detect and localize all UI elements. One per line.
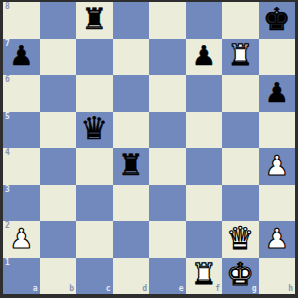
- square-a2[interactable]: 2♟: [3, 221, 40, 258]
- square-h6[interactable]: ♟: [259, 75, 296, 112]
- square-d6[interactable]: [113, 75, 150, 112]
- square-e3[interactable]: [149, 185, 186, 222]
- square-f1[interactable]: f♜: [186, 258, 223, 295]
- square-a5[interactable]: 5: [3, 112, 40, 149]
- square-d1[interactable]: d: [113, 258, 150, 295]
- square-b6[interactable]: [40, 75, 77, 112]
- square-b7[interactable]: [40, 39, 77, 76]
- square-b3[interactable]: [40, 185, 77, 222]
- square-e7[interactable]: [149, 39, 186, 76]
- square-f6[interactable]: [186, 75, 223, 112]
- square-h2[interactable]: ♟: [259, 221, 296, 258]
- square-c5[interactable]: ♛: [76, 112, 113, 149]
- square-b1[interactable]: b: [40, 258, 77, 295]
- square-e6[interactable]: [149, 75, 186, 112]
- square-b2[interactable]: [40, 221, 77, 258]
- square-e2[interactable]: [149, 221, 186, 258]
- square-d2[interactable]: [113, 221, 150, 258]
- square-f8[interactable]: [186, 2, 223, 39]
- square-h5[interactable]: [259, 112, 296, 149]
- square-f7[interactable]: ♟: [186, 39, 223, 76]
- square-c4[interactable]: [76, 148, 113, 185]
- square-a7[interactable]: 7♟: [3, 39, 40, 76]
- square-c8[interactable]: ♜: [76, 2, 113, 39]
- file-label-d: d: [142, 285, 147, 293]
- square-e1[interactable]: e: [149, 258, 186, 295]
- rank-label-4: 4: [5, 149, 10, 157]
- square-g6[interactable]: [222, 75, 259, 112]
- square-g1[interactable]: g♚: [222, 258, 259, 295]
- piece-white-pawn-a2[interactable]: ♟: [9, 225, 33, 252]
- file-label-c: c: [106, 285, 111, 293]
- square-g7[interactable]: ♜: [222, 39, 259, 76]
- square-d7[interactable]: [113, 39, 150, 76]
- file-label-a: a: [33, 285, 38, 293]
- square-f2[interactable]: [186, 221, 223, 258]
- square-f4[interactable]: [186, 148, 223, 185]
- square-a1[interactable]: 1a: [3, 258, 40, 295]
- piece-white-rook-g7[interactable]: ♜: [227, 41, 253, 70]
- square-b5[interactable]: [40, 112, 77, 149]
- square-g3[interactable]: [222, 185, 259, 222]
- square-a8[interactable]: 8: [3, 2, 40, 39]
- square-h1[interactable]: h: [259, 258, 296, 295]
- piece-black-rook-c8[interactable]: ♜: [81, 5, 107, 34]
- piece-white-pawn-h4[interactable]: ♟: [265, 152, 289, 179]
- square-a6[interactable]: 6: [3, 75, 40, 112]
- square-b8[interactable]: [40, 2, 77, 39]
- rank-label-6: 6: [5, 76, 10, 84]
- square-h3[interactable]: [259, 185, 296, 222]
- file-label-h: h: [288, 285, 293, 293]
- square-e8[interactable]: [149, 2, 186, 39]
- square-e5[interactable]: [149, 112, 186, 149]
- square-d8[interactable]: [113, 2, 150, 39]
- piece-white-rook-f1[interactable]: ♜: [191, 260, 217, 289]
- square-c1[interactable]: c: [76, 258, 113, 295]
- rank-label-5: 5: [5, 113, 10, 121]
- rank-label-8: 8: [5, 3, 10, 11]
- square-g2[interactable]: ♛: [222, 221, 259, 258]
- rank-label-3: 3: [5, 186, 10, 194]
- file-label-b: b: [69, 285, 74, 293]
- square-h8[interactable]: ♚: [259, 2, 296, 39]
- square-b4[interactable]: [40, 148, 77, 185]
- piece-black-king-h8[interactable]: ♚: [263, 4, 291, 35]
- piece-white-king-g1[interactable]: ♚: [226, 259, 254, 290]
- square-d3[interactable]: [113, 185, 150, 222]
- square-h4[interactable]: ♟: [259, 148, 296, 185]
- piece-black-queen-c5[interactable]: ♛: [80, 113, 108, 144]
- square-g4[interactable]: [222, 148, 259, 185]
- square-c3[interactable]: [76, 185, 113, 222]
- piece-black-rook-d4[interactable]: ♜: [118, 151, 144, 180]
- square-d4[interactable]: ♜: [113, 148, 150, 185]
- square-d5[interactable]: [113, 112, 150, 149]
- square-a3[interactable]: 3: [3, 185, 40, 222]
- rank-label-1: 1: [5, 259, 10, 267]
- chess-board-frame: 8♜♚7♟♟♜6♟5♛4♜♟32♟♛♟1abcdef♜g♚h: [0, 0, 298, 298]
- square-g8[interactable]: [222, 2, 259, 39]
- piece-white-pawn-h2[interactable]: ♟: [265, 225, 289, 252]
- square-g5[interactable]: [222, 112, 259, 149]
- square-c7[interactable]: [76, 39, 113, 76]
- file-label-e: e: [179, 285, 184, 293]
- square-f5[interactable]: [186, 112, 223, 149]
- chess-board: 8♜♚7♟♟♜6♟5♛4♜♟32♟♛♟1abcdef♜g♚h: [3, 2, 295, 294]
- square-h7[interactable]: [259, 39, 296, 76]
- square-f3[interactable]: [186, 185, 223, 222]
- square-a4[interactable]: 4: [3, 148, 40, 185]
- piece-black-pawn-f7[interactable]: ♟: [192, 42, 216, 69]
- square-e4[interactable]: [149, 148, 186, 185]
- square-c2[interactable]: [76, 221, 113, 258]
- piece-black-pawn-h6[interactable]: ♟: [265, 79, 289, 106]
- piece-black-pawn-a7[interactable]: ♟: [9, 42, 33, 69]
- piece-white-queen-g2[interactable]: ♛: [226, 223, 254, 254]
- square-c6[interactable]: [76, 75, 113, 112]
